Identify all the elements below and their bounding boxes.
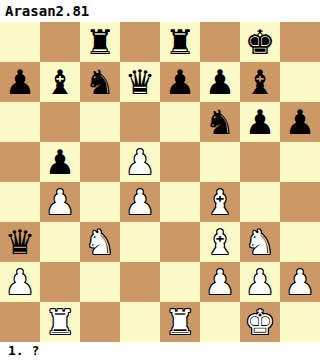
square-c8[interactable]: ♜ [80, 22, 120, 62]
square-b5[interactable]: ♟ [40, 142, 80, 182]
square-h4[interactable] [280, 182, 320, 222]
piece-white-pawn: ♟ [245, 262, 275, 302]
square-g8[interactable]: ♚ [240, 22, 280, 62]
square-a8[interactable] [0, 22, 40, 62]
square-g6[interactable]: ♟ [240, 102, 280, 142]
piece-white-pawn: ♟ [45, 182, 75, 222]
status-bar: 1. ? [0, 342, 320, 360]
square-c6[interactable] [80, 102, 120, 142]
square-g7[interactable]: ♝ [240, 62, 280, 102]
piece-black-bishop: ♝ [45, 62, 75, 102]
square-h6[interactable]: ♟ [280, 102, 320, 142]
square-f3[interactable]: ♝ [200, 222, 240, 262]
square-d5[interactable]: ♟ [120, 142, 160, 182]
square-c5[interactable] [80, 142, 120, 182]
square-a4[interactable] [0, 182, 40, 222]
square-h5[interactable] [280, 142, 320, 182]
square-e1[interactable]: ♜ [160, 302, 200, 342]
square-h3[interactable] [280, 222, 320, 262]
piece-black-bishop: ♝ [245, 62, 275, 102]
piece-white-pawn: ♟ [205, 262, 235, 302]
piece-black-queen: ♛ [125, 62, 155, 102]
piece-black-king: ♚ [245, 22, 275, 62]
square-e5[interactable] [160, 142, 200, 182]
square-a1[interactable] [0, 302, 40, 342]
piece-white-rook: ♜ [45, 302, 75, 342]
piece-white-bishop: ♝ [205, 182, 235, 222]
square-c1[interactable] [80, 302, 120, 342]
square-g3[interactable]: ♞ [240, 222, 280, 262]
square-c4[interactable] [80, 182, 120, 222]
square-a2[interactable]: ♟ [0, 262, 40, 302]
piece-black-knight: ♞ [85, 62, 115, 102]
piece-black-pawn: ♟ [45, 142, 75, 182]
square-a6[interactable] [0, 102, 40, 142]
square-b2[interactable] [40, 262, 80, 302]
square-e6[interactable] [160, 102, 200, 142]
square-d7[interactable]: ♛ [120, 62, 160, 102]
square-c7[interactable]: ♞ [80, 62, 120, 102]
square-f6[interactable]: ♞ [200, 102, 240, 142]
square-d6[interactable] [120, 102, 160, 142]
piece-white-knight: ♞ [245, 222, 275, 262]
square-g2[interactable]: ♟ [240, 262, 280, 302]
square-f5[interactable] [200, 142, 240, 182]
piece-black-pawn: ♟ [165, 62, 195, 102]
square-c2[interactable] [80, 262, 120, 302]
square-b4[interactable]: ♟ [40, 182, 80, 222]
square-e2[interactable] [160, 262, 200, 302]
square-f8[interactable] [200, 22, 240, 62]
square-f2[interactable]: ♟ [200, 262, 240, 302]
piece-white-pawn: ♟ [125, 182, 155, 222]
square-a3[interactable]: ♛ [0, 222, 40, 262]
piece-black-pawn: ♟ [5, 62, 35, 102]
square-a5[interactable] [0, 142, 40, 182]
square-e8[interactable]: ♜ [160, 22, 200, 62]
piece-black-rook: ♜ [165, 22, 195, 62]
piece-black-pawn: ♟ [285, 102, 315, 142]
square-d1[interactable] [120, 302, 160, 342]
square-e7[interactable]: ♟ [160, 62, 200, 102]
square-h8[interactable] [280, 22, 320, 62]
move-prompt: 1. ? [0, 342, 39, 360]
chess-board: ♜♜♚♟♝♞♛♟♟♝♞♟♟♟♟♟♟♝♛♞♝♞♟♟♟♟♜♜♚ [0, 22, 320, 342]
piece-white-king: ♚ [245, 302, 275, 342]
piece-white-rook: ♜ [165, 302, 195, 342]
square-g5[interactable] [240, 142, 280, 182]
square-b6[interactable] [40, 102, 80, 142]
square-a7[interactable]: ♟ [0, 62, 40, 102]
title-bar: Arasan2.81 [0, 0, 320, 22]
square-d2[interactable] [120, 262, 160, 302]
piece-white-bishop: ♝ [205, 222, 235, 262]
square-b3[interactable] [40, 222, 80, 262]
square-b8[interactable] [40, 22, 80, 62]
piece-black-pawn: ♟ [205, 62, 235, 102]
square-f7[interactable]: ♟ [200, 62, 240, 102]
piece-white-pawn: ♟ [125, 142, 155, 182]
square-d4[interactable]: ♟ [120, 182, 160, 222]
square-h7[interactable] [280, 62, 320, 102]
piece-white-knight: ♞ [85, 222, 115, 262]
square-d3[interactable] [120, 222, 160, 262]
square-d8[interactable] [120, 22, 160, 62]
square-c3[interactable]: ♞ [80, 222, 120, 262]
piece-black-knight: ♞ [205, 102, 235, 142]
square-b7[interactable]: ♝ [40, 62, 80, 102]
piece-black-queen: ♛ [5, 222, 35, 262]
window-title: Arasan2.81 [0, 0, 89, 22]
piece-white-pawn: ♟ [285, 262, 315, 302]
square-e4[interactable] [160, 182, 200, 222]
square-h2[interactable]: ♟ [280, 262, 320, 302]
piece-black-rook: ♜ [85, 22, 115, 62]
piece-black-pawn: ♟ [245, 102, 275, 142]
square-b1[interactable]: ♜ [40, 302, 80, 342]
square-e3[interactable] [160, 222, 200, 262]
square-g1[interactable]: ♚ [240, 302, 280, 342]
square-h1[interactable] [280, 302, 320, 342]
square-f1[interactable] [200, 302, 240, 342]
square-g4[interactable] [240, 182, 280, 222]
square-f4[interactable]: ♝ [200, 182, 240, 222]
piece-white-pawn: ♟ [5, 262, 35, 302]
